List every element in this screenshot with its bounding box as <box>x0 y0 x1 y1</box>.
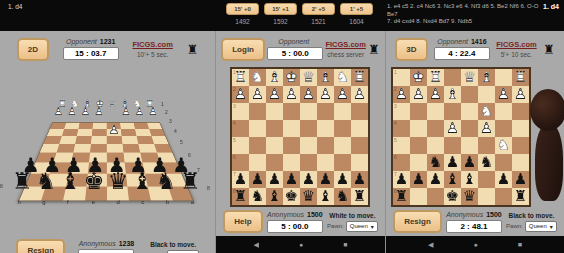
time-control-button[interactable]: 1' +5 <box>340 3 373 15</box>
white-piece: ♟♙ <box>446 121 459 136</box>
left-game-movelist: 1. d4 <box>8 3 22 10</box>
square[interactable] <box>478 137 495 154</box>
white-piece: ♞♘ <box>336 70 349 85</box>
promotion-select[interactable]: Queen▾ <box>525 221 557 232</box>
black-piece: ♟ <box>336 172 349 187</box>
black-piece: ♞ <box>251 189 264 204</box>
square[interactable]: ♛♕ <box>300 69 317 86</box>
square[interactable] <box>495 154 512 171</box>
square[interactable] <box>410 120 427 137</box>
white-piece: ♟♙ <box>302 87 315 102</box>
black-piece: ♜ <box>12 170 33 193</box>
turn-indicator: Black to move. <box>509 212 555 219</box>
chessboard-2d-start[interactable]: 1♜♖♞♘♝♗♚♔♛♕♝♗♞♘♜♖2♟♙♟♙♟♙♟♙♟♙♟♙♟♙♟♙34567♟… <box>230 67 370 207</box>
square[interactable]: ♟ <box>317 171 334 188</box>
white-piece: ♝♗ <box>319 70 332 85</box>
square[interactable]: ♝♗ <box>317 69 334 86</box>
square[interactable]: ♞♘ <box>249 69 266 86</box>
square[interactable] <box>249 120 266 137</box>
white-piece: ♛♕ <box>463 70 476 85</box>
rank-label: 6 <box>188 152 191 158</box>
black-piece: ♟ <box>268 172 281 187</box>
black-piece: ♟ <box>429 172 442 187</box>
white-piece: ♞♘ <box>497 138 510 153</box>
square[interactable]: ♟ <box>300 171 317 188</box>
middle-footer: Help Anonymous1500 5 : 00.0 White to mov… <box>216 210 385 233</box>
decorative-3d-pawn <box>526 89 564 204</box>
left-header: 2D Opponent1231 15 : 03.7 FICGS.com 10'+… <box>0 33 215 65</box>
white-piece: ♟♙ <box>54 106 64 117</box>
square[interactable]: ♝♗ <box>266 69 283 86</box>
white-piece: ♛♕ <box>302 70 315 85</box>
ficgs-link[interactable]: FICGS.com <box>496 40 536 49</box>
rank-label: 5 <box>180 139 183 145</box>
square[interactable]: ♜ <box>351 188 368 205</box>
square[interactable]: ♟ <box>249 171 266 188</box>
square[interactable] <box>478 171 495 188</box>
square[interactable]: ♟♙ <box>410 86 427 103</box>
player-rating: 1238 <box>119 240 135 247</box>
player-block: Anonymous1500 5 : 00.0 <box>267 211 323 233</box>
movelist-line1: 1. e4 c5 2. c4 Nc6 3. Nc3 e6 4. Nf3 d6 5… <box>387 3 539 18</box>
square[interactable]: 4 <box>393 120 410 137</box>
player-clock: 14 : 48.9 <box>78 249 134 253</box>
square[interactable]: ♝♗ <box>444 86 461 103</box>
black-piece: ♚ <box>446 189 459 204</box>
square[interactable]: ♟♙ <box>249 86 266 103</box>
white-piece: ♟♙ <box>251 87 264 102</box>
black-piece: ♟ <box>234 172 247 187</box>
square[interactable] <box>300 103 317 120</box>
file-label: d <box>116 199 119 205</box>
square[interactable]: ♟♙ <box>427 86 444 103</box>
white-piece: ♟♙ <box>67 106 77 117</box>
top-status-bar: 1. d4 15' +0 1492 15' +1 1592 2' +5 1521… <box>0 0 564 31</box>
white-piece: ♟♙ <box>395 87 408 102</box>
square[interactable]: ♝ <box>266 188 283 205</box>
square[interactable]: 1♜♖ <box>232 69 249 86</box>
square[interactable] <box>410 137 427 154</box>
turn-block: White to move. Pawn: Queen▾ <box>327 212 378 232</box>
black-piece: ♛ <box>302 189 315 204</box>
square[interactable]: ♞♘ <box>495 137 512 154</box>
square[interactable] <box>283 120 300 137</box>
square[interactable]: ♚♔ <box>410 69 427 86</box>
white-piece: ♟♙ <box>81 106 91 117</box>
time-control-text: 10'+ 5 sec. <box>137 51 168 58</box>
square[interactable] <box>495 188 512 205</box>
square[interactable]: ♟ <box>495 171 512 188</box>
android-navbar: ◀ ● ■ <box>386 236 564 253</box>
black-piece: ♟ <box>353 172 366 187</box>
rank-label: 4 <box>174 128 177 134</box>
rook-icon: ♜ <box>543 43 555 56</box>
time-control-15-0: 15' +0 1492 <box>226 3 259 25</box>
square[interactable]: 7♟ <box>232 171 249 188</box>
black-piece: ♚ <box>84 170 105 193</box>
square[interactable] <box>283 137 300 154</box>
player-name: Anonymous1500 <box>446 211 502 218</box>
square[interactable] <box>351 137 368 154</box>
black-piece: ♟ <box>446 155 459 170</box>
black-piece: ♟ <box>395 172 408 187</box>
opponent-name: Opponent <box>278 38 312 45</box>
black-piece: ♞ <box>480 155 493 170</box>
white-piece: ♟♙ <box>135 106 145 117</box>
square[interactable]: 5 <box>393 137 410 154</box>
white-piece: ♟♙ <box>429 87 442 102</box>
square[interactable]: ♜♖ <box>512 69 529 86</box>
white-piece: ♞♘ <box>480 104 493 119</box>
right-header: 3D Opponent1416 4 : 22.4 FICGS.com 5'+ 1… <box>386 33 564 65</box>
help-button[interactable]: Help <box>223 210 262 233</box>
square[interactable]: 3 <box>232 103 249 120</box>
opponent-name: Opponent1231 <box>66 38 115 45</box>
opponent-clock: 15 : 03.7 <box>63 47 119 60</box>
opponent-block: Opponent1231 15 : 03.7 <box>63 38 119 60</box>
black-piece: ♝ <box>463 172 476 187</box>
square[interactable]: 5 <box>232 137 249 154</box>
white-piece: ♞♘ <box>251 70 264 85</box>
opponent-rating: 1231 <box>100 38 116 45</box>
square[interactable] <box>334 103 351 120</box>
player-block: Anonymous1500 2 : 48.1 <box>446 211 502 233</box>
turn-block: Black to move. Pawn: Queen▾ <box>148 241 199 253</box>
square[interactable] <box>427 103 444 120</box>
square[interactable]: ♞♘ <box>478 103 495 120</box>
rank-label: 6 <box>233 154 236 160</box>
square[interactable] <box>410 103 427 120</box>
view-2d-button[interactable]: 2D <box>17 38 49 61</box>
square[interactable]: ♟ <box>351 171 368 188</box>
square[interactable] <box>427 188 444 205</box>
rank-label: 7 <box>197 167 200 173</box>
black-piece: ♟ <box>319 172 332 187</box>
square[interactable] <box>334 137 351 154</box>
square[interactable] <box>266 103 283 120</box>
white-piece: ♚♔ <box>412 70 425 85</box>
square[interactable] <box>266 137 283 154</box>
square[interactable]: ♟ <box>283 171 300 188</box>
promotion-select[interactable]: Queen▾ <box>167 250 199 253</box>
white-piece: ♟♙ <box>353 87 366 102</box>
black-piece: ♝ <box>319 189 332 204</box>
square[interactable] <box>461 103 478 120</box>
time-control-2-5: 2' +5 1521 <box>302 3 335 25</box>
black-piece: ♞ <box>336 189 349 204</box>
square[interactable] <box>427 137 444 154</box>
square[interactable] <box>300 120 317 137</box>
player-clock: 2 : 48.1 <box>446 220 502 233</box>
time-control-rating: 1604 <box>349 18 363 25</box>
opponent-name: Opponent1416 <box>437 38 486 45</box>
file-label: f <box>67 199 69 205</box>
square[interactable] <box>317 154 334 171</box>
site-block: FICGS.com 10'+ 5 sec. <box>132 40 172 58</box>
square[interactable]: ♟♙ <box>317 86 334 103</box>
rank-label: 8 <box>207 185 210 191</box>
square[interactable]: ♟ <box>410 171 427 188</box>
square[interactable] <box>351 120 368 137</box>
player-rating: 1500 <box>486 211 502 218</box>
resign-button[interactable]: Resign <box>16 239 65 253</box>
square[interactable]: ♟ <box>266 171 283 188</box>
square[interactable] <box>317 137 334 154</box>
square[interactable] <box>300 137 317 154</box>
square[interactable]: ♟♙ <box>495 86 512 103</box>
white-piece: ♝♗ <box>446 87 459 102</box>
black-piece: ♟ <box>412 172 425 187</box>
square[interactable]: ♟ <box>461 154 478 171</box>
square[interactable]: 7♟ <box>393 171 410 188</box>
chevron-down-icon: ▾ <box>371 223 374 230</box>
rank-label: 1 <box>394 69 397 75</box>
rank-label: 3 <box>394 103 397 109</box>
time-control-button[interactable]: 15' +1 <box>264 3 297 15</box>
player-block: Anonymous1238 14 : 48.9 <box>78 240 134 253</box>
panel-login-game: Login Opponent 5 : 00.0 FICGS.com chess … <box>215 31 385 253</box>
time-control-rating: 1521 <box>311 18 325 25</box>
square[interactable]: ♝♗ <box>478 69 495 86</box>
square[interactable]: ♞ <box>334 188 351 205</box>
opponent-clock: 4 : 22.4 <box>434 47 490 60</box>
square[interactable] <box>334 154 351 171</box>
middle-header: Login Opponent 5 : 00.0 FICGS.com chess … <box>216 33 385 65</box>
black-piece: ♟ <box>463 155 476 170</box>
black-piece: ♛ <box>108 170 129 193</box>
chess-server-text: chess server <box>327 51 364 58</box>
black-piece: ♜ <box>234 189 247 204</box>
square[interactable] <box>283 154 300 171</box>
white-piece: ♜♖ <box>234 70 247 85</box>
white-piece: ♜♖ <box>514 70 527 85</box>
square[interactable] <box>266 154 283 171</box>
square[interactable] <box>461 120 478 137</box>
black-piece: ♜ <box>395 189 408 204</box>
opponent-rating: 1416 <box>471 38 487 45</box>
square[interactable]: ♟ <box>444 154 461 171</box>
black-piece: ♟ <box>285 172 298 187</box>
square[interactable]: ♚ <box>283 188 300 205</box>
black-piece: ♜ <box>180 170 201 193</box>
white-piece: ♟♙ <box>94 106 104 117</box>
white-piece: ♟♙ <box>148 106 158 117</box>
view-3d-button[interactable]: 3D <box>395 38 427 61</box>
square[interactable]: ♝ <box>444 171 461 188</box>
square[interactable]: 2♟♙ <box>393 86 410 103</box>
square[interactable]: ♟♙ <box>266 86 283 103</box>
file-label: b <box>166 199 169 205</box>
square[interactable] <box>495 120 512 137</box>
rank-label: 8 <box>0 183 3 189</box>
square[interactable]: ♚ <box>444 188 461 205</box>
square[interactable]: ♝ <box>461 171 478 188</box>
ficgs-link[interactable]: FICGS.com <box>132 40 172 49</box>
square[interactable]: ♞ <box>478 154 495 171</box>
time-control-text: 5'+ 10 sec. <box>501 51 532 58</box>
player-name: Anonymous1238 <box>79 240 135 247</box>
rank-label: 5 <box>233 137 236 143</box>
square[interactable]: 8♜ <box>393 188 410 205</box>
square[interactable] <box>410 188 427 205</box>
turn-indicator: Black to move. <box>150 241 196 248</box>
panel-3d-game: 2D Opponent1231 15 : 03.7 FICGS.com 10'+… <box>0 31 215 253</box>
square[interactable]: ♟ <box>334 171 351 188</box>
square[interactable] <box>351 103 368 120</box>
file-label: h <box>17 199 20 205</box>
rank-label: 3 <box>233 103 236 109</box>
back-icon[interactable]: ◀ <box>428 241 433 248</box>
chessboard-2d-game[interactable]: 1♚♔♜♖♛♕♝♗♜♖2♟♙♟♙♟♙♝♗♟♙♟♙3♞♘4♟♙♟♙5♞♘6♞♟♟♞… <box>391 67 531 207</box>
square[interactable]: ♟ <box>427 171 444 188</box>
time-control-lobby: 15' +0 1492 15' +1 1592 2' +5 1521 1' +5… <box>226 3 376 25</box>
square[interactable] <box>444 69 461 86</box>
panel-2d-game: 3D Opponent1416 4 : 22.4 FICGS.com 5'+ 1… <box>385 31 564 253</box>
rook-icon: ♜ <box>368 43 380 56</box>
home-icon[interactable]: ● <box>473 241 477 248</box>
black-piece: ♟ <box>497 172 510 187</box>
square[interactable]: ♜♖ <box>427 69 444 86</box>
black-piece: ♞ <box>156 170 177 193</box>
resign-button[interactable]: Resign <box>393 210 442 233</box>
white-piece: ♟♙ <box>480 121 493 136</box>
square[interactable] <box>249 154 266 171</box>
square[interactable] <box>427 120 444 137</box>
white-piece: ♟♙ <box>268 87 281 102</box>
movelist-line2: 7. d4 cxd4 8. Nxd4 Bd7 9. Ndb5 <box>387 18 539 26</box>
square[interactable] <box>478 188 495 205</box>
white-piece: ♟♙ <box>412 87 425 102</box>
file-label: e <box>92 199 95 205</box>
white-piece: ♟♙ <box>108 123 120 136</box>
square[interactable] <box>461 137 478 154</box>
file-label: g <box>42 199 45 205</box>
square[interactable] <box>495 103 512 120</box>
white-piece: ♟♙ <box>319 87 332 102</box>
chevron-down-icon: ▾ <box>550 223 553 230</box>
square[interactable]: ♞♘ <box>334 69 351 86</box>
square[interactable]: 1 <box>393 69 410 86</box>
black-piece: ♞ <box>429 155 442 170</box>
rank-label: 5 <box>394 137 397 143</box>
square[interactable] <box>249 137 266 154</box>
square[interactable]: ♞ <box>249 188 266 205</box>
square[interactable] <box>444 103 461 120</box>
rank-label: 6 <box>394 154 397 160</box>
square[interactable]: ♛ <box>300 188 317 205</box>
android-navbar: ◀ ● ■ <box>216 236 385 253</box>
site-block: FICGS.com chess server <box>325 40 365 58</box>
app-screenshot: 1. d4 15' +0 1492 15' +1 1592 2' +5 1521… <box>0 0 564 253</box>
chessboard-3d[interactable]: ♜♖♞♘♝♗♚♔♛♕♝♗♞♘♜♖♟♙♟♙♟♙♟♙♟♙♟♙♟♙♟♙♟♟♟♟♟♟♟♟… <box>0 65 211 211</box>
rank-label: 4 <box>233 120 236 126</box>
home-icon[interactable]: ● <box>299 241 303 248</box>
black-piece: ♚ <box>285 189 298 204</box>
white-piece: ♛♕ <box>108 99 117 109</box>
square[interactable] <box>478 86 495 103</box>
white-piece: ♝♗ <box>268 70 281 85</box>
time-control-rating: 1492 <box>235 18 249 25</box>
square[interactable]: 6 <box>232 154 249 171</box>
white-piece: ♜♖ <box>353 70 366 85</box>
rook-icon: ♜ <box>187 43 199 56</box>
file-label: c <box>141 199 144 205</box>
promotion-label: Pawn: <box>327 223 344 229</box>
square[interactable]: ♟♙ <box>334 86 351 103</box>
ficgs-link[interactable]: FICGS.com <box>325 40 365 49</box>
white-piece: ♟♙ <box>234 87 247 102</box>
white-piece: ♚♔ <box>285 70 298 85</box>
square[interactable]: ♛♕ <box>461 69 478 86</box>
square[interactable]: ♟♙ <box>300 86 317 103</box>
player-name: Anonymous1500 <box>267 211 323 218</box>
square[interactable] <box>495 69 512 86</box>
black-piece: ♟ <box>251 172 264 187</box>
time-control-1-5: 1' +5 1604 <box>340 3 373 25</box>
square[interactable] <box>444 137 461 154</box>
square[interactable] <box>317 120 334 137</box>
login-button[interactable]: Login <box>221 38 265 61</box>
square[interactable]: ♝ <box>317 188 334 205</box>
recents-icon[interactable]: ■ <box>518 241 522 248</box>
white-piece: ♟♙ <box>336 87 349 102</box>
square[interactable]: 2♟♙ <box>232 86 249 103</box>
rank-label: 4 <box>394 120 397 126</box>
square[interactable] <box>317 103 334 120</box>
square[interactable] <box>410 154 427 171</box>
black-piece: ♛ <box>463 189 476 204</box>
black-piece: ♝ <box>446 172 459 187</box>
square[interactable]: 4 <box>232 120 249 137</box>
white-piece: ♝♗ <box>480 70 493 85</box>
file-label: a <box>191 199 194 205</box>
time-control-button[interactable]: 2' +5 <box>302 3 335 15</box>
square[interactable]: ♛ <box>461 188 478 205</box>
promotion-select[interactable]: Queen▾ <box>346 221 378 232</box>
square[interactable]: 8♜ <box>232 188 249 205</box>
square[interactable] <box>266 120 283 137</box>
back-icon[interactable]: ◀ <box>254 241 259 248</box>
square[interactable]: ♟♙ <box>478 120 495 137</box>
opponent-clock: 5 : 00.0 <box>267 47 323 60</box>
square[interactable]: ♞ <box>427 154 444 171</box>
square[interactable]: 6 <box>393 154 410 171</box>
square[interactable] <box>249 103 266 120</box>
square[interactable] <box>351 154 368 171</box>
square[interactable]: ♟♙ <box>351 86 368 103</box>
time-control-15-1: 15' +1 1592 <box>264 3 297 25</box>
player-clock: 5 : 00.0 <box>267 220 323 233</box>
square[interactable] <box>283 103 300 120</box>
square[interactable]: ♜♖ <box>351 69 368 86</box>
square[interactable] <box>461 86 478 103</box>
time-control-button[interactable]: 15' +0 <box>226 3 259 15</box>
square[interactable]: ♚♔ <box>283 69 300 86</box>
rank-label: 3 <box>169 118 172 124</box>
square[interactable]: 3 <box>393 103 410 120</box>
promotion-label: Pawn: <box>506 223 523 229</box>
recents-icon[interactable]: ■ <box>343 241 347 248</box>
square[interactable]: ♟♙ <box>444 120 461 137</box>
square[interactable] <box>300 154 317 171</box>
rank-label: 1 <box>161 101 164 107</box>
opponent-block: Opponent 5 : 00.0 <box>267 38 323 60</box>
site-block: FICGS.com 5'+ 10 sec. <box>496 40 536 58</box>
black-piece: ♜ <box>353 189 366 204</box>
square[interactable] <box>334 120 351 137</box>
black-piece: ♝ <box>60 170 81 193</box>
square[interactable]: ♟♙ <box>283 86 300 103</box>
